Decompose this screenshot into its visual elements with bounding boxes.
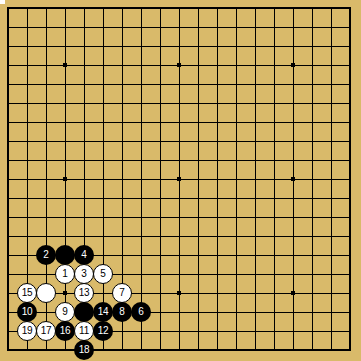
- stone-white-C4: [36, 283, 56, 303]
- stone-black-E3: [74, 302, 94, 322]
- stone-white-3: 3: [74, 264, 94, 284]
- stone-white-13: 13: [74, 283, 94, 303]
- stone-black-18: 18: [74, 340, 94, 360]
- stone-black-14: 14: [93, 302, 113, 322]
- go-board: 24135151371091486191716111218: [0, 0, 361, 361]
- corner-artifact: [0, 0, 5, 4]
- stone-black-D6: [55, 245, 75, 265]
- move-number: 3: [81, 269, 86, 279]
- grid-line-vertical: [198, 7, 199, 351]
- stone-black-8: 8: [112, 302, 132, 322]
- move-number: 15: [22, 288, 33, 298]
- grid-line-horizontal: [7, 236, 351, 237]
- star-point: [63, 291, 67, 295]
- stone-black-10: 10: [17, 302, 37, 322]
- move-number: 11: [79, 326, 89, 336]
- stone-black-4: 4: [74, 245, 94, 265]
- star-point: [177, 291, 181, 295]
- go-diagram: 24135151371091486191716111218: [0, 0, 361, 361]
- move-number: 1: [62, 269, 67, 279]
- move-number: 2: [43, 250, 48, 260]
- star-point: [291, 177, 295, 181]
- move-number: 4: [81, 250, 86, 260]
- stone-black-16: 16: [55, 321, 75, 341]
- stone-black-6: 6: [131, 302, 151, 322]
- move-number: 8: [119, 307, 124, 317]
- grid-line-vertical: [255, 7, 256, 351]
- move-number: 12: [98, 326, 109, 336]
- grid-line-horizontal: [7, 349, 351, 351]
- move-number: 6: [138, 307, 143, 317]
- stone-white-15: 15: [17, 283, 37, 303]
- stone-white-11: 11: [74, 321, 94, 341]
- stone-white-1: 1: [55, 264, 75, 284]
- stone-black-12: 12: [93, 321, 113, 341]
- grid-line-vertical: [274, 7, 275, 351]
- move-number: 18: [79, 345, 90, 355]
- stone-white-17: 17: [36, 321, 56, 341]
- stone-white-19: 19: [17, 321, 37, 341]
- star-point: [63, 177, 67, 181]
- star-point: [291, 63, 295, 67]
- star-point: [177, 63, 181, 67]
- move-number: 7: [119, 288, 124, 298]
- move-number: 14: [98, 307, 109, 317]
- grid-line-vertical: [312, 7, 313, 351]
- move-number: 5: [100, 269, 105, 279]
- star-point: [177, 177, 181, 181]
- move-number: 10: [22, 307, 33, 317]
- grid-line-vertical: [217, 7, 218, 351]
- star-point: [63, 63, 67, 67]
- move-number: 9: [62, 307, 67, 317]
- move-number: 19: [22, 326, 33, 336]
- move-number: 17: [41, 326, 52, 336]
- stone-white-9: 9: [55, 302, 75, 322]
- star-point: [291, 291, 295, 295]
- grid-line-horizontal: [7, 217, 351, 218]
- grid-line-horizontal: [7, 198, 351, 199]
- grid-line-vertical: [349, 7, 351, 351]
- stone-black-2: 2: [36, 245, 56, 265]
- grid-line-vertical: [236, 7, 237, 351]
- move-number: 16: [60, 326, 71, 336]
- move-number: 13: [79, 288, 90, 298]
- stone-white-5: 5: [93, 264, 113, 284]
- grid-line-vertical: [331, 7, 332, 351]
- stone-white-7: 7: [112, 283, 132, 303]
